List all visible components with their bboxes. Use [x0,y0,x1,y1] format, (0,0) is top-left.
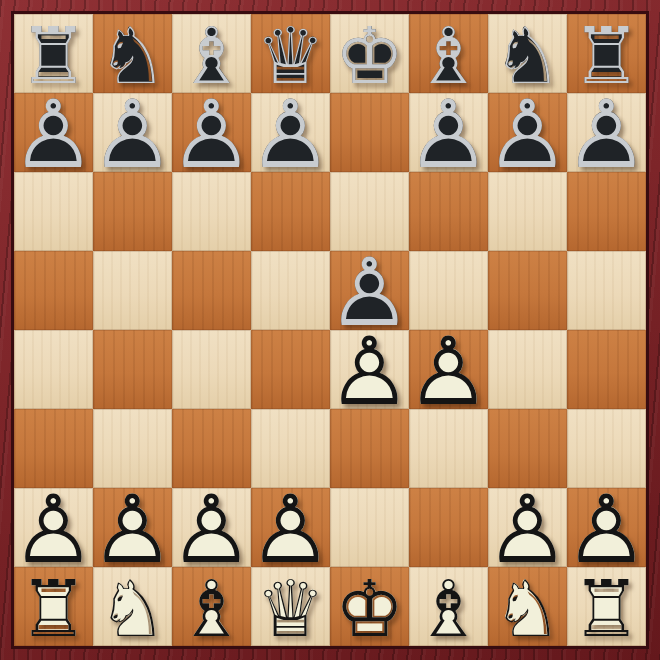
square-a1[interactable]: ♜︎♖︎ [14,567,93,646]
square-c1[interactable]: ♝︎♗︎ [172,567,251,646]
square-a7[interactable]: ♟︎♙︎ [14,93,93,172]
piece-white-king-e1[interactable]: ♚︎♔︎ [330,567,409,646]
black-pawn-outline-icon: ♙︎ [93,95,172,174]
piece-white-rook-a1[interactable]: ♜︎♖︎ [14,567,93,646]
square-f6[interactable] [409,172,488,251]
square-b2[interactable]: ♟︎♙︎ [93,488,172,567]
square-h2[interactable]: ♟︎♙︎ [567,488,646,567]
white-pawn-outline-icon: ♙︎ [567,490,646,569]
piece-white-pawn-b2[interactable]: ♟︎♙︎ [93,488,172,567]
square-d6[interactable] [251,172,330,251]
black-pawn-outline-icon: ♙︎ [172,95,251,174]
square-c7[interactable]: ♟︎♙︎ [172,93,251,172]
square-f3[interactable] [409,409,488,488]
square-f2[interactable] [409,488,488,567]
piece-white-queen-d1[interactable]: ♛︎♕︎ [251,567,330,646]
square-b5[interactable] [93,251,172,330]
black-pawn-outline-icon: ♙︎ [251,95,330,174]
square-g2[interactable]: ♟︎♙︎ [488,488,567,567]
square-g1[interactable]: ♞︎♘︎ [488,567,567,646]
white-king-outline-icon: ♔︎ [330,569,409,648]
square-b7[interactable]: ♟︎♙︎ [93,93,172,172]
chess-board: ♜︎♖︎♞︎♘︎♝︎♗︎♛︎♕︎♚︎♔︎♝︎♗︎♞︎♘︎♜︎♖︎♟︎♙︎♟︎♙︎… [14,14,646,646]
square-a2[interactable]: ♟︎♙︎ [14,488,93,567]
board-frame: ♜︎♖︎♞︎♘︎♝︎♗︎♛︎♕︎♚︎♔︎♝︎♗︎♞︎♘︎♜︎♖︎♟︎♙︎♟︎♙︎… [0,0,660,660]
piece-black-pawn-c7[interactable]: ♟︎♙︎ [172,93,251,172]
piece-black-pawn-g7[interactable]: ♟︎♙︎ [488,93,567,172]
square-e1[interactable]: ♚︎♔︎ [330,567,409,646]
piece-black-pawn-h7[interactable]: ♟︎♙︎ [567,93,646,172]
square-c5[interactable] [172,251,251,330]
square-e7[interactable] [330,93,409,172]
square-a6[interactable] [14,172,93,251]
piece-white-pawn-a2[interactable]: ♟︎♙︎ [14,488,93,567]
black-pawn-outline-icon: ♙︎ [567,95,646,174]
piece-white-pawn-e4[interactable]: ♟︎♙︎ [330,330,409,409]
square-b6[interactable] [93,172,172,251]
white-rook-outline-icon: ♖︎ [14,569,93,648]
white-queen-outline-icon: ♕︎ [251,569,330,648]
square-g7[interactable]: ♟︎♙︎ [488,93,567,172]
white-pawn-outline-icon: ♙︎ [93,490,172,569]
white-knight-outline-icon: ♘︎ [93,569,172,648]
square-f1[interactable]: ♝︎♗︎ [409,567,488,646]
white-pawn-outline-icon: ♙︎ [488,490,567,569]
square-e4[interactable]: ♟︎♙︎ [330,330,409,409]
black-pawn-outline-icon: ♙︎ [488,95,567,174]
white-knight-outline-icon: ♘︎ [488,569,567,648]
white-rook-outline-icon: ♖︎ [567,569,646,648]
piece-white-bishop-c1[interactable]: ♝︎♗︎ [172,567,251,646]
square-b1[interactable]: ♞︎♘︎ [93,567,172,646]
square-e3[interactable] [330,409,409,488]
piece-white-rook-h1[interactable]: ♜︎♖︎ [567,567,646,646]
square-g4[interactable] [488,330,567,409]
piece-black-pawn-a7[interactable]: ♟︎♙︎ [14,93,93,172]
square-h6[interactable] [567,172,646,251]
piece-white-pawn-c2[interactable]: ♟︎♙︎ [172,488,251,567]
square-c4[interactable] [172,330,251,409]
piece-white-pawn-h2[interactable]: ♟︎♙︎ [567,488,646,567]
white-pawn-outline-icon: ♙︎ [172,490,251,569]
white-bishop-outline-icon: ♗︎ [172,569,251,648]
piece-black-king-e8[interactable]: ♚︎♔︎ [330,14,409,93]
square-f4[interactable]: ♟︎♙︎ [409,330,488,409]
square-e2[interactable] [330,488,409,567]
piece-white-knight-b1[interactable]: ♞︎♘︎ [93,567,172,646]
square-h4[interactable] [567,330,646,409]
piece-white-bishop-f1[interactable]: ♝︎♗︎ [409,567,488,646]
piece-white-pawn-g2[interactable]: ♟︎♙︎ [488,488,567,567]
white-pawn-outline-icon: ♙︎ [14,490,93,569]
square-d7[interactable]: ♟︎♙︎ [251,93,330,172]
piece-white-knight-g1[interactable]: ♞︎♘︎ [488,567,567,646]
square-b4[interactable] [93,330,172,409]
square-a5[interactable] [14,251,93,330]
black-pawn-outline-icon: ♙︎ [14,95,93,174]
white-bishop-outline-icon: ♗︎ [409,569,488,648]
white-pawn-outline-icon: ♙︎ [409,332,488,411]
square-a4[interactable] [14,330,93,409]
piece-black-pawn-d7[interactable]: ♟︎♙︎ [251,93,330,172]
piece-white-pawn-d2[interactable]: ♟︎♙︎ [251,488,330,567]
board-inner-border: ♜︎♖︎♞︎♘︎♝︎♗︎♛︎♕︎♚︎♔︎♝︎♗︎♞︎♘︎♜︎♖︎♟︎♙︎♟︎♙︎… [11,11,649,649]
square-d4[interactable] [251,330,330,409]
square-e8[interactable]: ♚︎♔︎ [330,14,409,93]
square-h1[interactable]: ♜︎♖︎ [567,567,646,646]
square-g6[interactable] [488,172,567,251]
square-c2[interactable]: ♟︎♙︎ [172,488,251,567]
white-pawn-outline-icon: ♙︎ [330,332,409,411]
black-pawn-outline-icon: ♙︎ [409,95,488,174]
square-g5[interactable] [488,251,567,330]
square-d1[interactable]: ♛︎♕︎ [251,567,330,646]
piece-black-pawn-f7[interactable]: ♟︎♙︎ [409,93,488,172]
black-king-outline-icon: ♔︎ [330,16,409,95]
square-c6[interactable] [172,172,251,251]
white-pawn-outline-icon: ♙︎ [251,490,330,569]
square-d2[interactable]: ♟︎♙︎ [251,488,330,567]
piece-white-pawn-f4[interactable]: ♟︎♙︎ [409,330,488,409]
square-h5[interactable] [567,251,646,330]
piece-black-pawn-b7[interactable]: ♟︎♙︎ [93,93,172,172]
square-f7[interactable]: ♟︎♙︎ [409,93,488,172]
square-h7[interactable]: ♟︎♙︎ [567,93,646,172]
square-d5[interactable] [251,251,330,330]
